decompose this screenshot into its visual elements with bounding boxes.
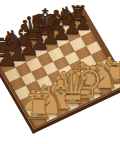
chess-set-photo: ♜♞♝♛♚♝♞♜♟♟♟♟♟♟♟♟♟♟♟♟♟♟♟♟♜♞♝♛♚♝♞♜ [0, 0, 120, 144]
board-grid [0, 14, 120, 127]
chess-board [0, 7, 120, 134]
